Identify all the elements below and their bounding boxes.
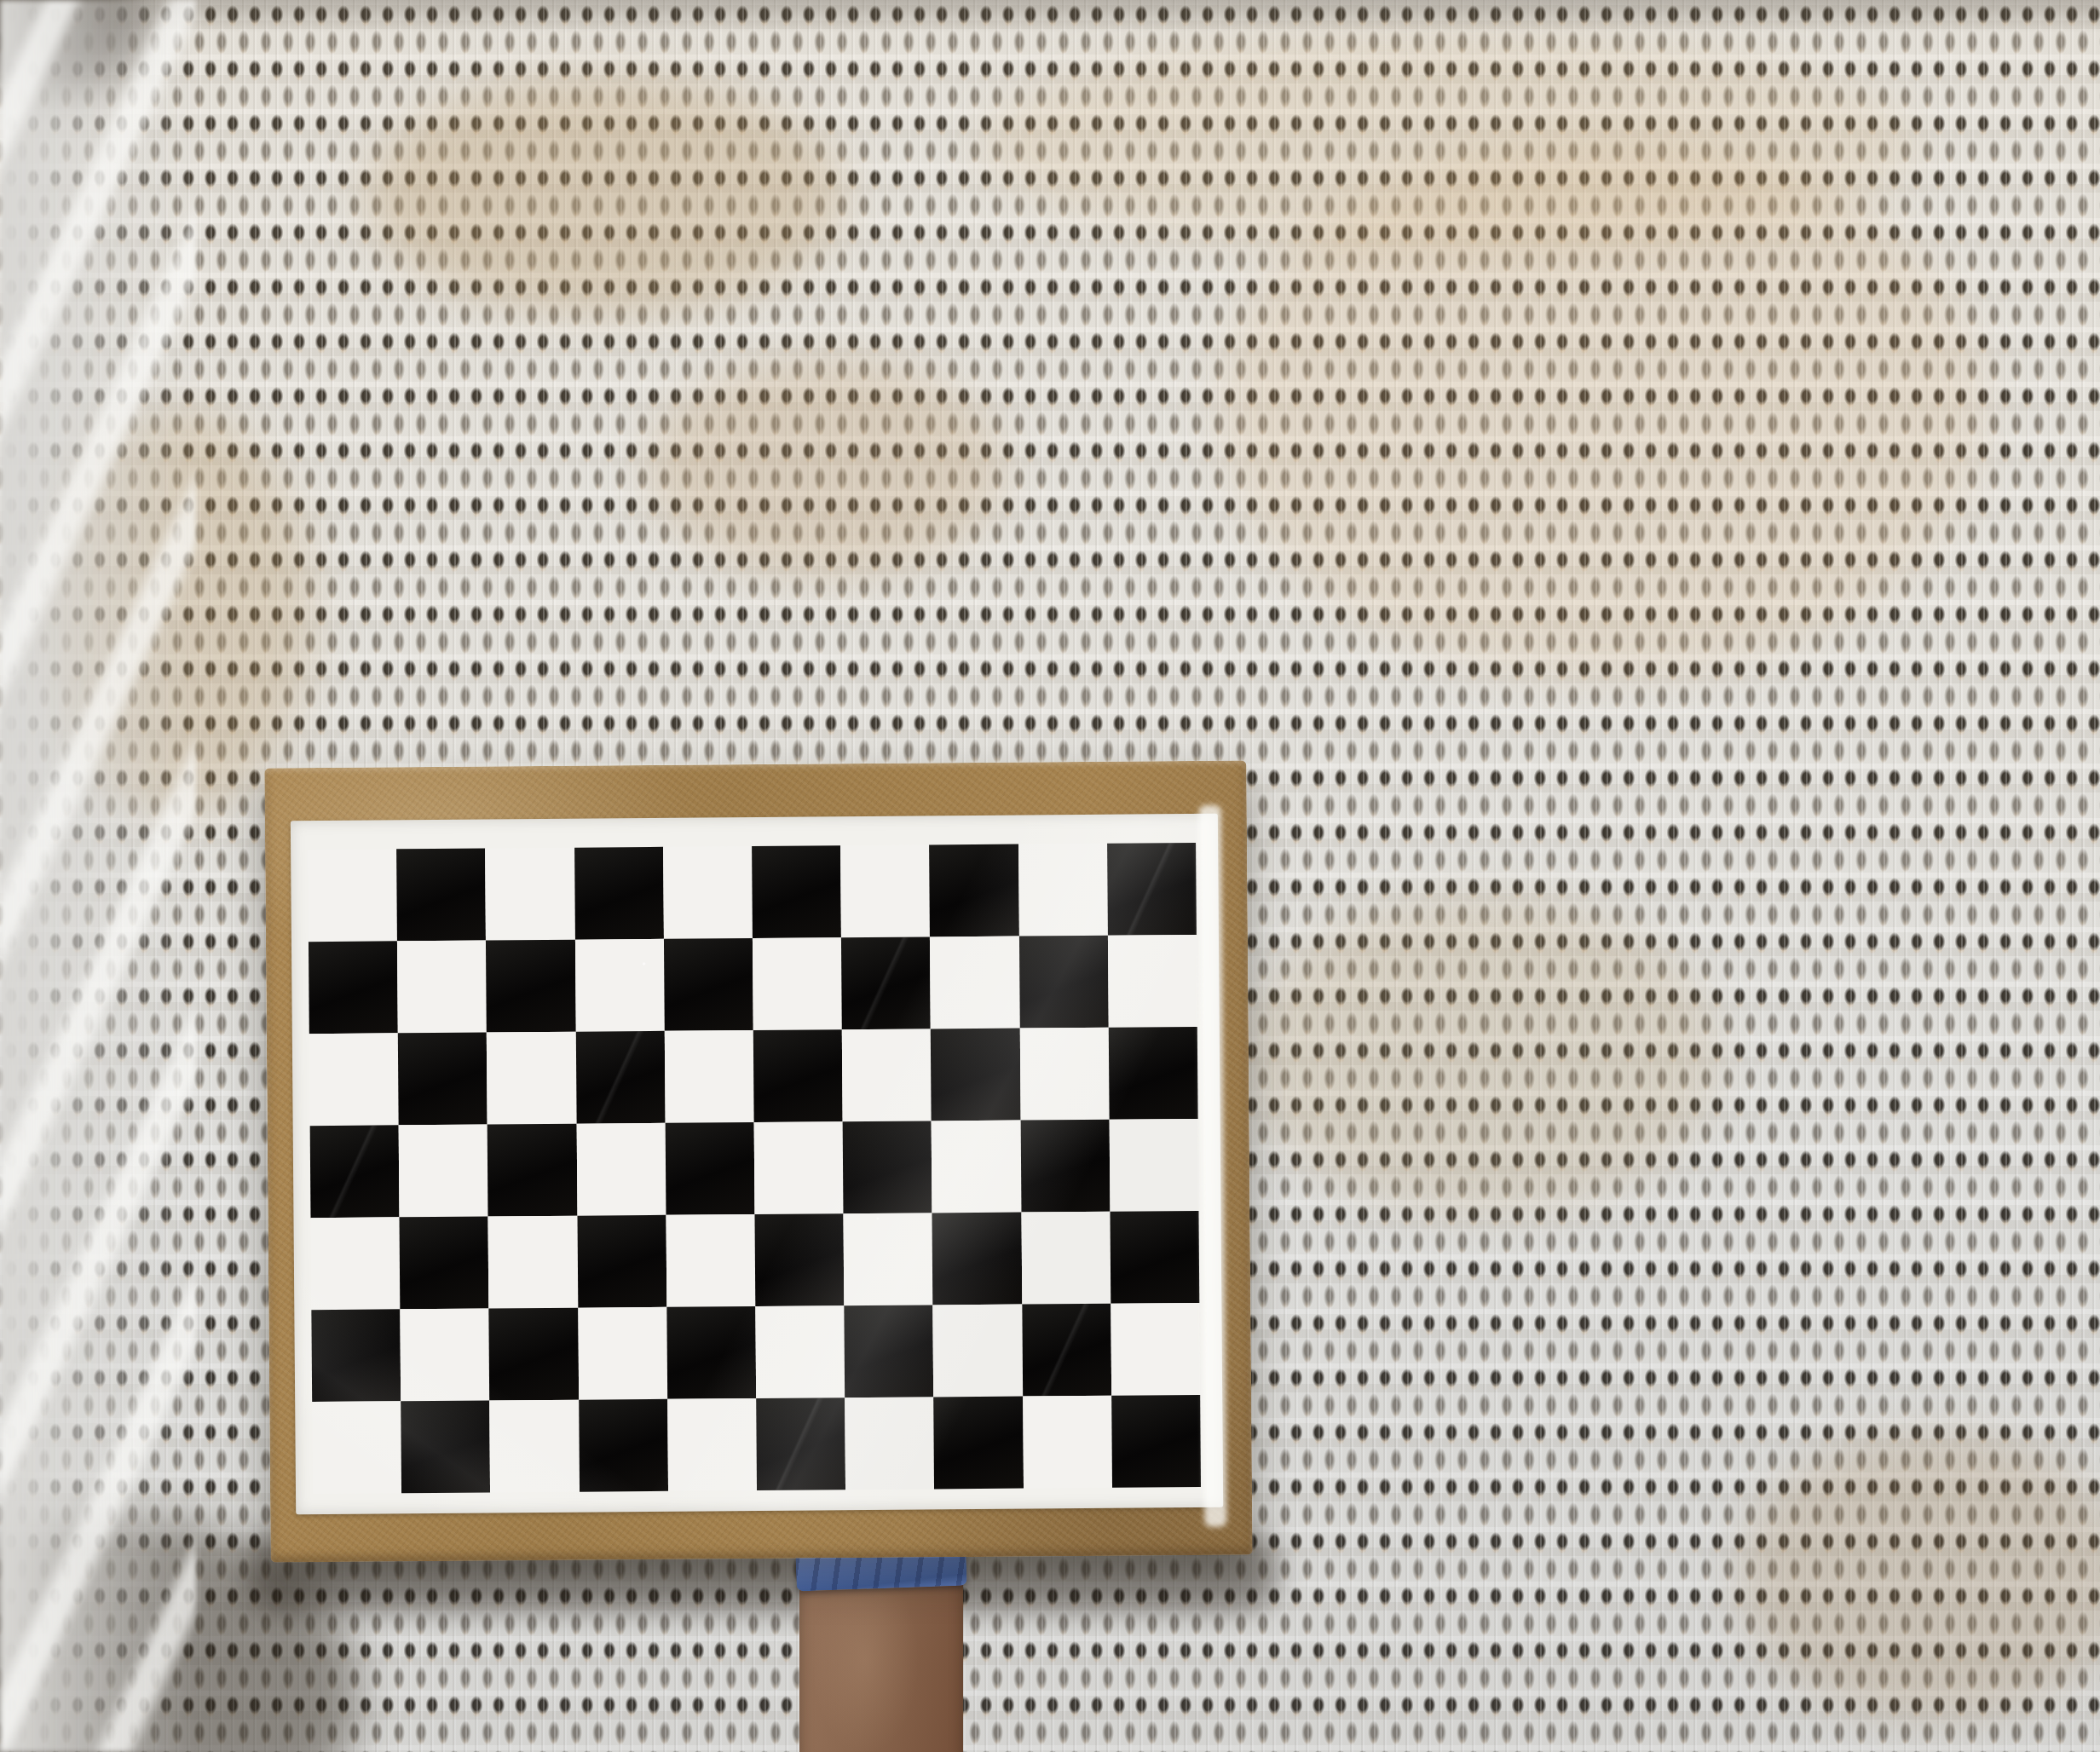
board-cell-r2c7	[841, 937, 931, 1029]
board-cell-r6c3	[489, 1308, 579, 1401]
board-cell-r1c4	[574, 847, 664, 940]
board-cell-r4c5	[665, 1122, 754, 1215]
board-cell-r7c10	[1111, 1395, 1201, 1488]
board-cell-r3c5	[665, 1030, 754, 1123]
board-cell-r3c9	[1019, 1028, 1109, 1121]
board-cell-r2c10	[1108, 935, 1197, 1028]
board-cell-r5c2	[400, 1216, 489, 1309]
top-edge-shade	[0, 0, 2100, 32]
board-cell-r7c3	[490, 1400, 580, 1493]
board-cell-r2c6	[753, 937, 842, 1030]
forearm	[799, 1544, 963, 1752]
calibration-board	[264, 760, 1252, 1562]
board-cell-r6c8	[933, 1305, 1023, 1398]
board-cell-r7c8	[934, 1397, 1024, 1490]
board-cell-r6c10	[1111, 1303, 1200, 1396]
board-cell-r1c6	[752, 845, 841, 938]
board-cell-r3c10	[1109, 1027, 1198, 1120]
photo-canvas	[0, 0, 2100, 1752]
board-cell-r2c4	[575, 939, 665, 1032]
board-cell-r7c4	[579, 1399, 668, 1492]
board-cell-r1c2	[396, 849, 486, 942]
board-cell-r6c1	[311, 1309, 401, 1402]
board-cell-r4c10	[1109, 1119, 1198, 1212]
board-cell-r6c2	[401, 1308, 490, 1401]
board-cell-r4c6	[754, 1121, 844, 1214]
board-cell-r1c7	[840, 844, 930, 937]
board-cell-r4c8	[932, 1121, 1021, 1213]
board-cell-r3c3	[487, 1032, 576, 1125]
board-cell-r4c9	[1020, 1120, 1110, 1213]
board-cell-r5c1	[311, 1217, 401, 1310]
board-cell-r4c2	[399, 1124, 488, 1217]
board-cell-r4c4	[576, 1123, 666, 1216]
board-cell-r1c9	[1018, 844, 1108, 937]
board-cell-r5c10	[1110, 1211, 1199, 1304]
board-cell-r2c3	[486, 940, 575, 1033]
board-cell-r5c7	[844, 1213, 933, 1305]
board-cell-r1c5	[663, 846, 753, 939]
board-cell-r7c9	[1023, 1396, 1112, 1489]
board-cell-r2c2	[397, 941, 487, 1034]
board-cell-r3c7	[842, 1029, 932, 1121]
board-cell-r6c6	[755, 1305, 845, 1398]
board-cell-r1c10	[1107, 843, 1197, 936]
board-cell-r6c7	[845, 1305, 934, 1398]
board-cell-r4c7	[843, 1121, 932, 1213]
board-cell-r5c4	[577, 1215, 666, 1308]
board-cell-r3c4	[575, 1031, 665, 1124]
board-cell-r3c8	[931, 1029, 1020, 1121]
board-cell-r2c9	[1019, 936, 1109, 1029]
board-cell-r6c5	[666, 1306, 756, 1399]
board-cell-r2c1	[309, 941, 398, 1034]
board-cell-r4c1	[310, 1125, 400, 1218]
board-cell-r7c6	[756, 1398, 845, 1490]
board-cell-r3c6	[753, 1029, 843, 1122]
board-cell-r6c9	[1022, 1304, 1111, 1397]
board-cell-r3c1	[309, 1033, 399, 1126]
board-cell-r7c1	[312, 1401, 401, 1494]
board-cell-r2c8	[930, 937, 1019, 1029]
board-cell-r4c3	[487, 1124, 577, 1217]
board-cell-r1c1	[308, 849, 397, 942]
checkerboard-grid	[308, 843, 1201, 1494]
board-cell-r1c3	[485, 848, 574, 941]
board-cell-r5c8	[932, 1213, 1022, 1305]
board-cell-r7c7	[845, 1397, 934, 1490]
board-cell-r5c9	[1021, 1212, 1111, 1305]
board-cell-r7c2	[401, 1400, 490, 1493]
board-cell-r1c8	[929, 844, 1018, 937]
board-cell-r7c5	[667, 1398, 757, 1491]
board-cell-r6c4	[578, 1307, 667, 1400]
board-cell-r2c5	[664, 938, 753, 1031]
board-cell-r5c3	[488, 1216, 578, 1309]
calibration-paper-sheet	[291, 814, 1223, 1515]
board-cell-r3c2	[398, 1032, 487, 1125]
board-cell-r5c5	[666, 1214, 755, 1307]
board-cell-r5c6	[754, 1213, 844, 1306]
